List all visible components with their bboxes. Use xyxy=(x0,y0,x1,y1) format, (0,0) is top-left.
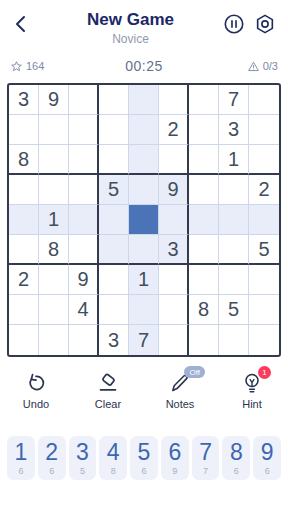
notes-badge: Off xyxy=(184,366,205,378)
sudoku-cell-r1c1[interactable]: 3 xyxy=(9,85,39,115)
undo-icon xyxy=(24,371,48,395)
clear-button[interactable]: Clear xyxy=(72,371,144,410)
sudoku-cell-r7c9[interactable] xyxy=(249,265,279,295)
star-icon xyxy=(10,60,23,73)
numpad: 162635485669778696 xyxy=(0,436,288,480)
clear-label: Clear xyxy=(95,398,121,410)
sudoku-cell-r3c2[interactable] xyxy=(39,145,69,175)
sudoku-cell-r3c7[interactable] xyxy=(189,145,219,175)
sudoku-cell-r5c8[interactable] xyxy=(219,205,249,235)
pause-button[interactable] xyxy=(223,13,245,35)
numpad-digit: 4 xyxy=(107,441,120,464)
numpad-count: 6 xyxy=(49,466,54,476)
toolbar: Undo Clear Off Notes 1 xyxy=(0,371,288,410)
sudoku-cell-r1c9[interactable] xyxy=(249,85,279,115)
sudoku-cell-r8c2[interactable] xyxy=(39,295,69,325)
sudoku-cell-r5c3[interactable] xyxy=(69,205,99,235)
sudoku-cell-r8c7[interactable]: 8 xyxy=(189,295,219,325)
sudoku-cell-r4c3[interactable] xyxy=(69,175,99,205)
sudoku-cell-r1c8[interactable]: 7 xyxy=(219,85,249,115)
sudoku-cell-r2c4[interactable] xyxy=(99,115,129,145)
sudoku-cell-r8c3[interactable]: 4 xyxy=(69,295,99,325)
sudoku-cell-r9c7[interactable] xyxy=(189,325,219,355)
sudoku-cell-r2c8[interactable]: 3 xyxy=(219,115,249,145)
sudoku-cell-r4c8[interactable] xyxy=(219,175,249,205)
numpad-digit: 6 xyxy=(168,441,181,464)
sudoku-cell-r6c8[interactable] xyxy=(219,235,249,265)
mistakes-value: 0/3 xyxy=(263,60,278,72)
sudoku-cell-r9c5[interactable]: 7 xyxy=(129,325,159,355)
sudoku-cell-r4c9[interactable]: 2 xyxy=(249,175,279,205)
numpad-button-3[interactable]: 35 xyxy=(69,436,97,480)
sudoku-cell-r8c8[interactable]: 5 xyxy=(219,295,249,325)
hint-badge: 1 xyxy=(258,366,271,379)
notes-button[interactable]: Off Notes xyxy=(144,371,216,410)
header: New Game Novice xyxy=(0,0,288,46)
pause-icon xyxy=(223,13,245,35)
numpad-count: 6 xyxy=(142,466,147,476)
sudoku-cell-r8c1[interactable] xyxy=(9,295,39,325)
numpad-button-4[interactable]: 48 xyxy=(99,436,127,480)
sudoku-cell-r2c6[interactable]: 2 xyxy=(159,115,189,145)
sudoku-cell-r6c6[interactable]: 3 xyxy=(159,235,189,265)
numpad-count: 6 xyxy=(234,466,239,476)
eraser-icon xyxy=(96,371,120,395)
sudoku-cell-r7c3[interactable]: 9 xyxy=(69,265,99,295)
sudoku-cell-r6c1[interactable] xyxy=(9,235,39,265)
sudoku-cell-r7c8[interactable] xyxy=(219,265,249,295)
undo-button[interactable]: Undo xyxy=(0,371,72,410)
score: 164 xyxy=(10,60,80,73)
notes-label: Notes xyxy=(166,398,195,410)
gear-icon xyxy=(254,13,276,35)
back-button[interactable] xyxy=(12,10,38,34)
warning-icon xyxy=(247,60,260,73)
sudoku-cell-r3c1[interactable]: 8 xyxy=(9,145,39,175)
sudoku-cell-r1c2[interactable]: 9 xyxy=(39,85,69,115)
sudoku-cell-r5c4[interactable] xyxy=(99,205,129,235)
sudoku-cell-r8c9[interactable] xyxy=(249,295,279,325)
sudoku-cell-r6c3[interactable] xyxy=(69,235,99,265)
sudoku-cell-r5c2[interactable]: 1 xyxy=(39,205,69,235)
sudoku-cell-r4c6[interactable]: 9 xyxy=(159,175,189,205)
hint-button[interactable]: 1 Hint xyxy=(216,371,288,410)
sudoku-cell-r5c1[interactable] xyxy=(9,205,39,235)
settings-button[interactable] xyxy=(254,13,276,35)
numpad-button-2[interactable]: 26 xyxy=(38,436,66,480)
sudoku-cell-r4c4[interactable]: 5 xyxy=(99,175,129,205)
sudoku-cell-r5c7[interactable] xyxy=(189,205,219,235)
numpad-digit: 8 xyxy=(230,441,243,464)
sudoku-cell-r3c6[interactable] xyxy=(159,145,189,175)
sudoku-cell-r1c6[interactable] xyxy=(159,85,189,115)
sudoku-cell-r9c1[interactable] xyxy=(9,325,39,355)
numpad-button-1[interactable]: 16 xyxy=(7,436,35,480)
sudoku-cell-r7c6[interactable] xyxy=(159,265,189,295)
sudoku-cell-r1c5[interactable] xyxy=(129,85,159,115)
sudoku-cell-r9c2[interactable] xyxy=(39,325,69,355)
sudoku-cell-r8c6[interactable] xyxy=(159,295,189,325)
chevron-left-icon xyxy=(12,14,30,34)
sudoku-board: 3972381592183529148537 xyxy=(7,83,281,357)
sudoku-cell-r7c7[interactable] xyxy=(189,265,219,295)
sudoku-cell-r5c5[interactable] xyxy=(129,205,159,235)
sudoku-cell-r6c9[interactable]: 5 xyxy=(249,235,279,265)
sudoku-cell-r5c6[interactable] xyxy=(159,205,189,235)
numpad-digit: 2 xyxy=(45,441,58,464)
hint-label: Hint xyxy=(242,398,262,410)
numpad-button-6[interactable]: 69 xyxy=(161,436,189,480)
sudoku-cell-r7c4[interactable] xyxy=(99,265,129,295)
sudoku-cell-r9c8[interactable] xyxy=(219,325,249,355)
sudoku-cell-r2c1[interactable] xyxy=(9,115,39,145)
sudoku-cell-r7c5[interactable]: 1 xyxy=(129,265,159,295)
sudoku-cell-r3c3[interactable] xyxy=(69,145,99,175)
sudoku-cell-r1c3[interactable] xyxy=(69,85,99,115)
sudoku-cell-r7c2[interactable] xyxy=(39,265,69,295)
numpad-count: 5 xyxy=(80,466,85,476)
score-value: 164 xyxy=(26,60,44,72)
mistakes: 0/3 xyxy=(208,60,278,73)
sudoku-cell-r8c4[interactable] xyxy=(99,295,129,325)
sudoku-cell-r2c2[interactable] xyxy=(39,115,69,145)
sudoku-cell-r4c7[interactable] xyxy=(189,175,219,205)
sudoku-cell-r3c8[interactable]: 1 xyxy=(219,145,249,175)
sudoku-cell-r6c2[interactable]: 8 xyxy=(39,235,69,265)
sudoku-cell-r3c5[interactable] xyxy=(129,145,159,175)
numpad-button-7[interactable]: 77 xyxy=(192,436,220,480)
sudoku-cell-r6c4[interactable] xyxy=(99,235,129,265)
page-title: New Game xyxy=(38,10,223,30)
difficulty-label: Novice xyxy=(38,32,223,46)
sudoku-cell-r8c5[interactable] xyxy=(129,295,159,325)
numpad-count: 6 xyxy=(18,466,23,476)
sudoku-cell-r9c4[interactable]: 3 xyxy=(99,325,129,355)
title-block: New Game Novice xyxy=(38,10,223,46)
numpad-count: 9 xyxy=(172,466,177,476)
numpad-button-9[interactable]: 96 xyxy=(253,436,281,480)
sudoku-cell-r3c9[interactable] xyxy=(249,145,279,175)
sudoku-cell-r9c6[interactable] xyxy=(159,325,189,355)
sudoku-cell-r1c4[interactable] xyxy=(99,85,129,115)
timer: 00:25 xyxy=(125,58,163,74)
numpad-digit: 5 xyxy=(138,441,151,464)
undo-label: Undo xyxy=(23,398,49,410)
numpad-digit: 3 xyxy=(76,441,89,464)
sudoku-cell-r2c3[interactable] xyxy=(69,115,99,145)
sudoku-cell-r7c1[interactable]: 2 xyxy=(9,265,39,295)
sudoku-cell-r4c2[interactable] xyxy=(39,175,69,205)
numpad-digit: 1 xyxy=(14,441,27,464)
sudoku-cell-r2c7[interactable] xyxy=(189,115,219,145)
numpad-button-8[interactable]: 86 xyxy=(222,436,250,480)
sudoku-cell-r5c9[interactable] xyxy=(249,205,279,235)
sudoku-cell-r3c4[interactable] xyxy=(99,145,129,175)
sudoku-cell-r6c7[interactable] xyxy=(189,235,219,265)
sudoku-cell-r2c9[interactable] xyxy=(249,115,279,145)
stats-row: 164 00:25 0/3 xyxy=(0,58,288,74)
sudoku-cell-r9c3[interactable] xyxy=(69,325,99,355)
numpad-button-5[interactable]: 56 xyxy=(130,436,158,480)
numpad-digit: 9 xyxy=(261,441,274,464)
sudoku-cell-r1c7[interactable] xyxy=(189,85,219,115)
numpad-digit: 7 xyxy=(199,441,212,464)
sudoku-cell-r4c5[interactable] xyxy=(129,175,159,205)
sudoku-cell-r9c9[interactable] xyxy=(249,325,279,355)
numpad-count: 8 xyxy=(111,466,116,476)
sudoku-cell-r4c1[interactable] xyxy=(9,175,39,205)
numpad-count: 7 xyxy=(203,466,208,476)
sudoku-cell-r6c5[interactable] xyxy=(129,235,159,265)
sudoku-cell-r2c5[interactable] xyxy=(129,115,159,145)
numpad-count: 6 xyxy=(265,466,270,476)
